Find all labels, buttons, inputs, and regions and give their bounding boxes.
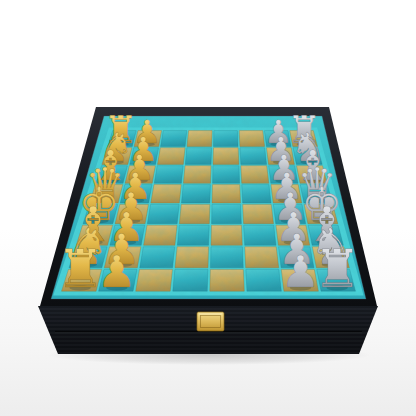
brass-clasp[interactable] — [197, 312, 224, 331]
silver-rook[interactable]: ♜ — [314, 238, 361, 299]
chess-set-photo: ♜♟♟♜♞♟♟♞♝♟♟♝♛♟♟♛♚♟♟♚♝♟♟♝♞♟♟♞♜♟♟♜ — [0, 0, 416, 416]
storage-case — [38, 306, 378, 354]
scene-svg: ♜♟♟♜♞♟♟♞♝♟♟♝♛♟♟♛♚♟♟♚♝♟♟♝♞♟♟♞♜♟♟♜ — [0, 0, 416, 416]
gold-pawn[interactable]: ♟ — [97, 246, 136, 297]
